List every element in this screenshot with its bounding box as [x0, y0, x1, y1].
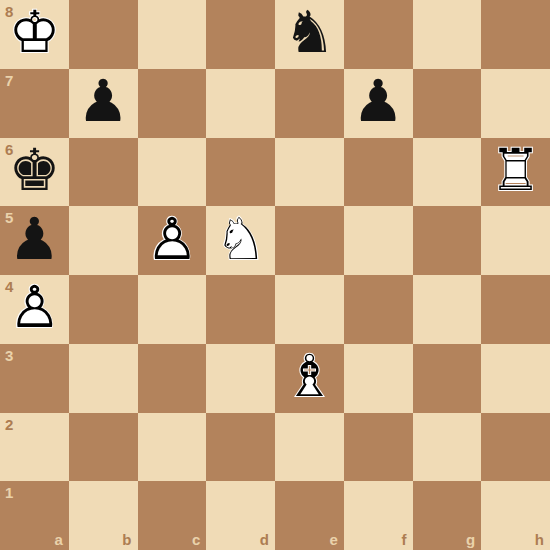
square-d8[interactable]	[206, 0, 275, 69]
square-c3[interactable]	[138, 344, 207, 413]
piece-outline-glyph: ♔	[0, 0, 69, 67]
rank-label-7: 7	[5, 73, 13, 88]
square-e6[interactable]	[275, 138, 344, 207]
square-b7[interactable]: ♟	[69, 69, 138, 138]
square-b3[interactable]	[69, 344, 138, 413]
square-d5[interactable]: ♞♘	[206, 206, 275, 275]
piece-glyph: ♚	[0, 138, 69, 205]
square-c2[interactable]	[138, 413, 207, 482]
square-b8[interactable]	[69, 0, 138, 69]
file-label-e: e	[329, 532, 337, 547]
rank-label-2: 2	[5, 417, 13, 432]
square-e5[interactable]	[275, 206, 344, 275]
square-f7[interactable]: ♟	[344, 69, 413, 138]
square-a1[interactable]: 1a	[0, 481, 69, 550]
square-e4[interactable]	[275, 275, 344, 344]
square-b2[interactable]	[69, 413, 138, 482]
piece-outline-glyph: ♙	[138, 206, 207, 273]
black-pawn[interactable]: ♟	[0, 206, 69, 275]
square-e7[interactable]	[275, 69, 344, 138]
piece-glyph: ♟	[0, 206, 69, 273]
square-h2[interactable]	[481, 413, 550, 482]
white-king[interactable]: ♚♔	[0, 0, 69, 69]
file-label-h: h	[535, 532, 544, 547]
file-label-c: c	[192, 532, 200, 547]
square-b4[interactable]	[69, 275, 138, 344]
square-g8[interactable]	[413, 0, 482, 69]
black-king[interactable]: ♚	[0, 138, 69, 207]
file-label-g: g	[466, 532, 475, 547]
square-f8[interactable]	[344, 0, 413, 69]
square-b6[interactable]	[69, 138, 138, 207]
square-c8[interactable]	[138, 0, 207, 69]
square-h5[interactable]	[481, 206, 550, 275]
rank-label-1: 1	[5, 485, 13, 500]
square-h3[interactable]	[481, 344, 550, 413]
square-d4[interactable]	[206, 275, 275, 344]
square-a5[interactable]: 5♟	[0, 206, 69, 275]
piece-glyph: ♞	[275, 0, 344, 67]
square-f5[interactable]	[344, 206, 413, 275]
square-c1[interactable]: c	[138, 481, 207, 550]
square-f2[interactable]	[344, 413, 413, 482]
square-h8[interactable]	[481, 0, 550, 69]
square-a7[interactable]: 7	[0, 69, 69, 138]
square-h6[interactable]: ♜♖	[481, 138, 550, 207]
black-knight[interactable]: ♞	[275, 0, 344, 69]
square-e2[interactable]	[275, 413, 344, 482]
square-e1[interactable]: e	[275, 481, 344, 550]
white-pawn[interactable]: ♟♙	[138, 206, 207, 275]
chess-board: 8♚♔♞7♟♟6♚♜♖5♟♟♙♞♘4♟♙3♝♗21abcdefgh	[0, 0, 550, 550]
square-c5[interactable]: ♟♙	[138, 206, 207, 275]
square-d1[interactable]: d	[206, 481, 275, 550]
square-d2[interactable]	[206, 413, 275, 482]
square-d6[interactable]	[206, 138, 275, 207]
square-f4[interactable]	[344, 275, 413, 344]
square-e3[interactable]: ♝♗	[275, 344, 344, 413]
file-label-a: a	[54, 532, 62, 547]
file-label-b: b	[122, 532, 131, 547]
square-g6[interactable]	[413, 138, 482, 207]
square-a6[interactable]: 6♚	[0, 138, 69, 207]
square-a4[interactable]: 4♟♙	[0, 275, 69, 344]
square-f1[interactable]: f	[344, 481, 413, 550]
square-d7[interactable]	[206, 69, 275, 138]
piece-outline-glyph: ♘	[206, 206, 275, 273]
square-g1[interactable]: g	[413, 481, 482, 550]
square-h7[interactable]	[481, 69, 550, 138]
white-rook[interactable]: ♜♖	[481, 138, 550, 207]
square-g3[interactable]	[413, 344, 482, 413]
square-b1[interactable]: b	[69, 481, 138, 550]
square-g5[interactable]	[413, 206, 482, 275]
square-h1[interactable]: h	[481, 481, 550, 550]
square-a8[interactable]: 8♚♔	[0, 0, 69, 69]
piece-glyph: ♟	[69, 69, 138, 136]
square-e8[interactable]: ♞	[275, 0, 344, 69]
chess-board-wrap: 8♚♔♞7♟♟6♚♜♖5♟♟♙♞♘4♟♙3♝♗21abcdefgh	[0, 0, 550, 550]
square-c6[interactable]	[138, 138, 207, 207]
piece-outline-glyph: ♗	[275, 344, 344, 411]
square-f3[interactable]	[344, 344, 413, 413]
square-a2[interactable]: 2	[0, 413, 69, 482]
white-pawn[interactable]: ♟♙	[0, 275, 69, 344]
square-g4[interactable]	[413, 275, 482, 344]
square-a3[interactable]: 3	[0, 344, 69, 413]
file-label-f: f	[402, 532, 407, 547]
square-c4[interactable]	[138, 275, 207, 344]
square-g2[interactable]	[413, 413, 482, 482]
white-bishop[interactable]: ♝♗	[275, 344, 344, 413]
square-b5[interactable]	[69, 206, 138, 275]
rank-label-3: 3	[5, 348, 13, 363]
black-pawn[interactable]: ♟	[344, 69, 413, 138]
square-h4[interactable]	[481, 275, 550, 344]
square-g7[interactable]	[413, 69, 482, 138]
piece-glyph: ♟	[344, 69, 413, 136]
square-c7[interactable]	[138, 69, 207, 138]
square-d3[interactable]	[206, 344, 275, 413]
square-f6[interactable]	[344, 138, 413, 207]
piece-outline-glyph: ♙	[0, 275, 69, 342]
file-label-d: d	[260, 532, 269, 547]
piece-outline-glyph: ♖	[481, 138, 550, 205]
black-pawn[interactable]: ♟	[69, 69, 138, 138]
white-knight[interactable]: ♞♘	[206, 206, 275, 275]
